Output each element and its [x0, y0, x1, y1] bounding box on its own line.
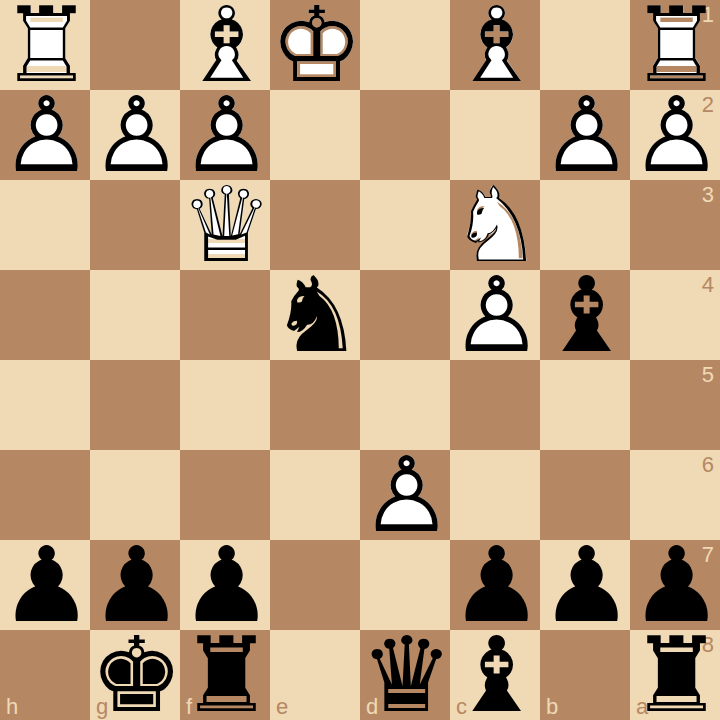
white-queen-f3[interactable]: ♛♕	[180, 180, 270, 270]
square-g4[interactable]	[90, 270, 180, 360]
square-a3[interactable]: 3	[630, 180, 720, 270]
black-pawn-h7[interactable]: ♟	[0, 540, 90, 630]
square-f5[interactable]	[180, 360, 270, 450]
black-rook-glyph: ♜	[630, 630, 720, 720]
black-pawn-a7[interactable]: ♟	[630, 540, 720, 630]
white-pawn-glyph: ♟	[360, 450, 450, 540]
square-a4[interactable]: 4	[630, 270, 720, 360]
square-h6[interactable]	[0, 450, 90, 540]
white-bishop-glyph: ♝	[180, 0, 270, 90]
white-pawn-outline: ♙	[450, 270, 540, 360]
white-queen-glyph: ♛	[180, 180, 270, 270]
file-label-e: e	[276, 696, 288, 718]
black-pawn-g7[interactable]: ♟	[90, 540, 180, 630]
square-e2[interactable]	[270, 90, 360, 180]
white-rook-outline: ♖	[630, 0, 720, 90]
white-pawn-outline: ♙	[360, 450, 450, 540]
square-f7[interactable]: ♟	[180, 540, 270, 630]
square-h1[interactable]: ♜♖	[0, 0, 90, 90]
white-bishop-glyph: ♝	[450, 0, 540, 90]
square-g8[interactable]: g♚	[90, 630, 180, 720]
rank-label-4: 4	[702, 274, 714, 296]
white-pawn-glyph: ♟	[450, 270, 540, 360]
square-c7[interactable]: ♟	[450, 540, 540, 630]
square-h3[interactable]	[0, 180, 90, 270]
black-pawn-glyph: ♟	[450, 540, 540, 630]
square-f4[interactable]	[180, 270, 270, 360]
rank-label-6: 6	[702, 454, 714, 476]
black-pawn-glyph: ♟	[630, 540, 720, 630]
square-b3[interactable]	[540, 180, 630, 270]
square-g5[interactable]	[90, 360, 180, 450]
black-pawn-b7[interactable]: ♟	[540, 540, 630, 630]
black-pawn-glyph: ♟	[540, 540, 630, 630]
square-h8[interactable]: h	[0, 630, 90, 720]
square-a8[interactable]: 8a♜	[630, 630, 720, 720]
square-c4[interactable]: ♟♙	[450, 270, 540, 360]
white-king-glyph: ♚	[270, 0, 360, 90]
square-g2[interactable]: ♟♙	[90, 90, 180, 180]
black-pawn-glyph: ♟	[180, 540, 270, 630]
black-bishop-b4[interactable]: ♝	[540, 270, 630, 360]
square-g3[interactable]	[90, 180, 180, 270]
black-queen-glyph: ♛	[360, 630, 450, 720]
white-pawn-glyph: ♟	[90, 90, 180, 180]
white-rook-h1[interactable]: ♜♖	[0, 0, 90, 90]
square-g6[interactable]	[90, 450, 180, 540]
square-b2[interactable]: ♟♙	[540, 90, 630, 180]
square-d4[interactable]	[360, 270, 450, 360]
white-queen-outline: ♕	[180, 180, 270, 270]
white-pawn-outline: ♙	[540, 90, 630, 180]
white-pawn-outline: ♙	[630, 90, 720, 180]
black-pawn-glyph: ♟	[90, 540, 180, 630]
white-pawn-outline: ♙	[90, 90, 180, 180]
black-king-g8[interactable]: ♚	[90, 630, 180, 720]
white-pawn-a2[interactable]: ♟♙	[630, 90, 720, 180]
square-d2[interactable]	[360, 90, 450, 180]
square-d1[interactable]	[360, 0, 450, 90]
black-bishop-glyph: ♝	[450, 630, 540, 720]
square-h7[interactable]: ♟	[0, 540, 90, 630]
square-e8[interactable]: e	[270, 630, 360, 720]
square-b5[interactable]	[540, 360, 630, 450]
white-knight-glyph: ♞	[450, 180, 540, 270]
square-e1[interactable]: ♚♔	[270, 0, 360, 90]
square-e5[interactable]	[270, 360, 360, 450]
square-b7[interactable]: ♟	[540, 540, 630, 630]
square-b4[interactable]: ♝	[540, 270, 630, 360]
black-rook-f8[interactable]: ♜	[180, 630, 270, 720]
square-b1[interactable]	[540, 0, 630, 90]
square-d3[interactable]	[360, 180, 450, 270]
black-bishop-glyph: ♝	[540, 270, 630, 360]
square-f3[interactable]: ♛♕	[180, 180, 270, 270]
square-c8[interactable]: c♝	[450, 630, 540, 720]
black-king-glyph: ♚	[90, 630, 180, 720]
white-rook-a1[interactable]: ♜♖	[630, 0, 720, 90]
square-g7[interactable]: ♟	[90, 540, 180, 630]
black-knight-glyph: ♞	[270, 270, 360, 360]
white-pawn-glyph: ♟	[180, 90, 270, 180]
square-a7[interactable]: 7♟	[630, 540, 720, 630]
white-pawn-outline: ♙	[0, 90, 90, 180]
square-f6[interactable]	[180, 450, 270, 540]
rank-label-5: 5	[702, 364, 714, 386]
square-h4[interactable]	[0, 270, 90, 360]
white-pawn-g2[interactable]: ♟♙	[90, 90, 180, 180]
square-e6[interactable]	[270, 450, 360, 540]
white-pawn-f2[interactable]: ♟♙	[180, 90, 270, 180]
square-c1[interactable]: ♝♗	[450, 0, 540, 90]
square-d5[interactable]	[360, 360, 450, 450]
white-rook-glyph: ♜	[630, 0, 720, 90]
black-pawn-f7[interactable]: ♟	[180, 540, 270, 630]
square-e3[interactable]	[270, 180, 360, 270]
square-a2[interactable]: 2♟♙	[630, 90, 720, 180]
white-pawn-c4[interactable]: ♟♙	[450, 270, 540, 360]
white-bishop-outline: ♗	[180, 0, 270, 90]
square-e4[interactable]: ♞	[270, 270, 360, 360]
white-pawn-outline: ♙	[180, 90, 270, 180]
white-pawn-d6[interactable]: ♟♙	[360, 450, 450, 540]
white-pawn-b2[interactable]: ♟♙	[540, 90, 630, 180]
black-rook-glyph: ♜	[180, 630, 270, 720]
square-b8[interactable]: b	[540, 630, 630, 720]
square-c5[interactable]	[450, 360, 540, 450]
rank-label-3: 3	[702, 184, 714, 206]
white-pawn-glyph: ♟	[0, 90, 90, 180]
square-g1[interactable]	[90, 0, 180, 90]
white-bishop-c1[interactable]: ♝♗	[450, 0, 540, 90]
file-label-h: h	[6, 696, 18, 718]
square-b6[interactable]	[540, 450, 630, 540]
square-h2[interactable]: ♟♙	[0, 90, 90, 180]
square-a6[interactable]: 6	[630, 450, 720, 540]
white-pawn-glyph: ♟	[630, 90, 720, 180]
black-queen-d8[interactable]: ♛	[360, 630, 450, 720]
white-bishop-f1[interactable]: ♝♗	[180, 0, 270, 90]
black-pawn-c7[interactable]: ♟	[450, 540, 540, 630]
square-e7[interactable]	[270, 540, 360, 630]
square-d7[interactable]	[360, 540, 450, 630]
square-a5[interactable]: 5	[630, 360, 720, 450]
white-king-e1[interactable]: ♚♔	[270, 0, 360, 90]
square-h5[interactable]	[0, 360, 90, 450]
white-rook-glyph: ♜	[0, 0, 90, 90]
square-f8[interactable]: f♜	[180, 630, 270, 720]
white-knight-c3[interactable]: ♞♘	[450, 180, 540, 270]
chess-board[interactable]: ♜♖♝♗♚♔♝♗1♜♖♟♙♟♙♟♙♟♙2♟♙♛♕♞♘3♞♟♙♝45♟♙6♟♟♟♟…	[0, 0, 720, 720]
white-pawn-glyph: ♟	[540, 90, 630, 180]
square-d8[interactable]: d♛	[360, 630, 450, 720]
white-knight-outline: ♘	[450, 180, 540, 270]
white-pawn-h2[interactable]: ♟♙	[0, 90, 90, 180]
white-rook-outline: ♖	[0, 0, 90, 90]
black-bishop-c8[interactable]: ♝	[450, 630, 540, 720]
square-c2[interactable]	[450, 90, 540, 180]
square-d6[interactable]: ♟♙	[360, 450, 450, 540]
square-c6[interactable]	[450, 450, 540, 540]
black-knight-e4[interactable]: ♞	[270, 270, 360, 360]
white-king-outline: ♔	[270, 0, 360, 90]
file-label-b: b	[546, 696, 558, 718]
black-rook-a8[interactable]: ♜	[630, 630, 720, 720]
square-f1[interactable]: ♝♗	[180, 0, 270, 90]
square-c3[interactable]: ♞♘	[450, 180, 540, 270]
white-bishop-outline: ♗	[450, 0, 540, 90]
square-f2[interactable]: ♟♙	[180, 90, 270, 180]
black-pawn-glyph: ♟	[0, 540, 90, 630]
square-a1[interactable]: 1♜♖	[630, 0, 720, 90]
